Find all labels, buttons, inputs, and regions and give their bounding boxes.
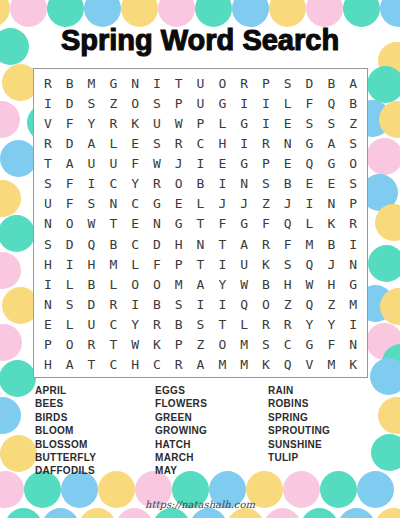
grid-cell-r3c12: E — [277, 113, 299, 133]
grid-cell-r13c9: T — [211, 315, 233, 335]
decorative-dot — [0, 140, 37, 177]
decorative-dot — [0, 360, 36, 397]
word-list-item: MAY — [155, 464, 207, 477]
grid-cell-r6c11: S — [255, 174, 277, 194]
grid-cell-r3c9: L — [211, 113, 233, 133]
decorative-dot — [368, 245, 400, 282]
grid-cell-r2c3: S — [81, 93, 103, 113]
word-list-item: APRIL — [35, 384, 96, 397]
grid-cell-r10c14: J — [320, 254, 342, 274]
grid-cell-r1c4: G — [102, 73, 124, 93]
grid-cell-r6c4: C — [102, 174, 124, 194]
grid-cell-r5c9: E — [211, 154, 233, 174]
grid-cell-r8c4: T — [102, 214, 124, 234]
decorative-dot — [366, 138, 400, 175]
word-list-item: HATCH — [155, 438, 207, 451]
grid-cell-r14c13: G — [299, 335, 321, 355]
grid-cell-r6c14: E — [320, 174, 342, 194]
grid-cell-r9c13: M — [299, 234, 321, 254]
grid-cell-r2c13: F — [299, 93, 321, 113]
grid-cell-r15c10: M — [233, 355, 255, 375]
grid-cell-r11c15: G — [342, 274, 364, 294]
grid-cell-r12c8: I — [190, 294, 212, 314]
grid-cell-r6c10: N — [233, 174, 255, 194]
grid-cell-r15c12: Q — [277, 355, 299, 375]
grid-cell-r1c3: M — [81, 73, 103, 93]
grid-cell-r13c10: L — [233, 315, 255, 335]
grid-cell-r6c2: F — [59, 174, 81, 194]
grid-cell-r11c10: W — [233, 274, 255, 294]
word-list-item: EGGS — [155, 384, 207, 397]
grid-cell-r3c6: U — [146, 113, 168, 133]
grid-cell-r13c7: B — [168, 315, 190, 335]
word-list-item: GREEN — [155, 411, 207, 424]
grid-cell-r6c12: B — [277, 174, 299, 194]
grid-cell-r4c13: G — [299, 133, 321, 153]
grid-cell-r4c14: A — [320, 133, 342, 153]
grid-cell-r12c9: I — [211, 294, 233, 314]
decorative-dot — [378, 397, 400, 434]
grid-cell-r5c14: G — [320, 154, 342, 174]
grid-cell-r9c11: R — [255, 234, 277, 254]
grid-cell-r14c8: Z — [190, 335, 212, 355]
grid-cell-r12c10: Q — [233, 294, 255, 314]
grid-cell-r15c15: K — [342, 355, 364, 375]
grid-cell-r7c14: N — [320, 194, 342, 214]
grid-cell-r9c9: T — [211, 234, 233, 254]
grid-cell-r8c10: G — [233, 214, 255, 234]
grid-cell-r15c13: V — [299, 355, 321, 375]
grid-cell-r4c2: D — [59, 133, 81, 153]
grid-cell-r6c13: E — [299, 174, 321, 194]
grid-cell-r2c7: P — [168, 93, 190, 113]
grid-cell-r2c10: I — [233, 93, 255, 113]
grid-cell-r7c7: E — [168, 194, 190, 214]
grid-cell-r5c15: O — [342, 154, 364, 174]
word-list-item: BLOOM — [35, 424, 96, 437]
decorative-dot — [0, 397, 21, 434]
grid-cell-r1c9: O — [211, 73, 233, 93]
grid-cell-r6c3: I — [81, 174, 103, 194]
grid-cell-r14c12: C — [277, 335, 299, 355]
grid-cell-r3c1: V — [37, 113, 59, 133]
grid-cell-r13c2: L — [59, 315, 81, 335]
grid-cell-r14c3: R — [81, 335, 103, 355]
grid-cell-r4c10: I — [233, 133, 255, 153]
grid-cell-r14c11: S — [255, 335, 277, 355]
grid-cell-r9c10: A — [233, 234, 255, 254]
grid-cell-r6c6: R — [146, 174, 168, 194]
grid-cell-r12c5: I — [124, 294, 146, 314]
grid-cell-r11c5: O — [124, 274, 146, 294]
decorative-dot — [0, 180, 21, 217]
word-list-item: BIRDS — [35, 411, 96, 424]
grid-cell-r4c9: H — [211, 133, 233, 153]
word-list-item: SPROUTING — [268, 424, 330, 437]
grid-cell-r12c13: Q — [299, 294, 321, 314]
grid-cell-r15c1: H — [37, 355, 59, 375]
grid-cell-r2c1: I — [37, 93, 59, 113]
grid-cell-r12c12: Z — [277, 294, 299, 314]
grid-cell-r11c4: L — [102, 274, 124, 294]
grid-cell-r7c3: S — [81, 194, 103, 214]
grid-cell-r13c14: Y — [320, 315, 342, 335]
grid-cell-r1c6: I — [146, 73, 168, 93]
grid-cell-r13c4: C — [102, 315, 124, 335]
grid-cell-r2c8: U — [190, 93, 212, 113]
website-url: https://natashalh.com — [0, 499, 400, 510]
grid-cell-r10c10: U — [233, 254, 255, 274]
grid-cell-r15c11: K — [255, 355, 277, 375]
grid-cell-r9c4: B — [102, 234, 124, 254]
grid-cell-r11c13: W — [299, 274, 321, 294]
grid-cell-r4c12: N — [277, 133, 299, 153]
decorative-dot — [380, 0, 400, 27]
word-list-item: ROBINS — [268, 397, 330, 410]
decorative-dot — [0, 324, 22, 361]
grid-cell-r13c15: I — [342, 315, 364, 335]
decorative-dot — [0, 215, 35, 252]
grid-cell-r2c6: S — [146, 93, 168, 113]
grid-cell-r15c3: T — [81, 355, 103, 375]
grid-cell-r2c11: I — [255, 93, 277, 113]
grid-cell-r8c12: Q — [277, 214, 299, 234]
grid-cell-r10c15: N — [342, 254, 364, 274]
grid-cell-r8c5: E — [124, 214, 146, 234]
grid-cell-r11c8: A — [190, 274, 212, 294]
grid-cell-r6c1: S — [37, 174, 59, 194]
grid-cell-r10c5: L — [124, 254, 146, 274]
grid-cell-r14c15: N — [342, 335, 364, 355]
word-list-column-2: EGGSFLOWERSGREENGROWINGHATCHMARCHMAY — [155, 384, 207, 478]
word-list-item: RAIN — [268, 384, 330, 397]
grid-cell-r13c5: Y — [124, 315, 146, 335]
grid-cell-r2c14: Q — [320, 93, 342, 113]
decorative-dot — [269, 0, 306, 27]
grid-cell-r8c7: G — [168, 214, 190, 234]
grid-cell-r14c1: P — [37, 335, 59, 355]
grid-cell-r9c8: N — [190, 234, 212, 254]
grid-cell-r1c11: P — [255, 73, 277, 93]
word-list-item: BEES — [35, 397, 96, 410]
grid-cell-r8c11: F — [255, 214, 277, 234]
grid-cell-r7c8: L — [190, 194, 212, 214]
grid-cell-r7c15: P — [342, 194, 364, 214]
grid-cell-r10c2: I — [59, 254, 81, 274]
grid-cell-r5c7: J — [168, 154, 190, 174]
word-list-item: TULIP — [268, 451, 330, 464]
grid-cell-r1c5: N — [124, 73, 146, 93]
decorative-dot — [367, 66, 400, 103]
grid-cell-r8c6: N — [146, 214, 168, 234]
grid-cell-r15c9: M — [211, 355, 233, 375]
grid-cell-r5c4: U — [102, 154, 124, 174]
word-list-item: BLOSSOM — [35, 438, 96, 451]
grid-cell-r5c10: G — [233, 154, 255, 174]
grid-cell-r15c6: C — [146, 355, 168, 375]
grid-cell-r1c12: S — [277, 73, 299, 93]
grid-cell-r3c3: Y — [81, 113, 103, 133]
word-list-item: FLOWERS — [155, 397, 207, 410]
grid-cell-r2c9: G — [211, 93, 233, 113]
grid-cell-r12c6: B — [146, 294, 168, 314]
grid-cell-r7c5: C — [124, 194, 146, 214]
grid-cell-r10c13: Q — [299, 254, 321, 274]
grid-cell-r5c3: U — [81, 154, 103, 174]
grid-cell-r14c10: M — [233, 335, 255, 355]
word-list-item: DAFFODILS — [35, 464, 96, 477]
grid-cell-r13c11: R — [255, 315, 277, 335]
grid-cell-r15c8: A — [190, 355, 212, 375]
grid-cell-r5c6: W — [146, 154, 168, 174]
grid-cell-r7c2: F — [59, 194, 81, 214]
grid-cell-r15c4: C — [102, 355, 124, 375]
grid-cell-r4c3: A — [81, 133, 103, 153]
grid-cell-r7c11: Z — [255, 194, 277, 214]
grid-cell-r10c1: H — [37, 254, 59, 274]
grid-cell-r1c15: A — [342, 73, 364, 93]
grid-cell-r8c15: R — [342, 214, 364, 234]
grid-cell-r1c2: B — [59, 73, 81, 93]
grid-cell-r4c7: R — [168, 133, 190, 153]
grid-cell-r2c2: D — [59, 93, 81, 113]
grid-cell-r6c15: S — [342, 174, 364, 194]
grid-cell-r6c7: O — [168, 174, 190, 194]
grid-cell-r1c13: D — [299, 73, 321, 93]
grid-cell-r8c1: N — [37, 214, 59, 234]
grid-cell-r4c6: S — [146, 133, 168, 153]
grid-cell-r8c3: W — [81, 214, 103, 234]
grid-cell-r1c7: T — [168, 73, 190, 93]
grid-cell-r3c7: W — [168, 113, 190, 133]
grid-cell-r1c1: R — [37, 73, 59, 93]
grid-cell-r1c8: U — [190, 73, 212, 93]
grid-cell-r13c13: Y — [299, 315, 321, 335]
grid-cell-r12c14: Z — [320, 294, 342, 314]
decorative-dot — [10, 0, 47, 27]
decorative-dot — [84, 0, 121, 27]
grid-cell-r15c5: H — [124, 355, 146, 375]
grid-cell-r14c2: O — [59, 335, 81, 355]
grid-cell-r6c8: B — [190, 174, 212, 194]
word-list-item: MARCH — [155, 451, 207, 464]
grid-cell-r9c7: H — [168, 234, 190, 254]
grid-cell-r14c14: F — [320, 335, 342, 355]
decorative-dot — [121, 0, 158, 27]
decorative-dot — [195, 0, 232, 27]
grid-cell-r4c15: S — [342, 133, 364, 153]
grid-cell-r11c11: B — [255, 274, 277, 294]
decorative-dot — [0, 435, 37, 472]
grid-cell-r7c6: G — [146, 194, 168, 214]
grid-cell-r14c4: T — [102, 335, 124, 355]
grid-cell-r11c14: H — [320, 274, 342, 294]
grid-cell-r15c7: R — [168, 355, 190, 375]
grid-cell-r2c12: L — [277, 93, 299, 113]
grid-cell-r9c14: B — [320, 234, 342, 254]
grid-cell-r5c12: E — [277, 154, 299, 174]
grid-cell-r12c4: R — [102, 294, 124, 314]
grid-cell-r3c14: S — [320, 113, 342, 133]
grid-cell-r12c15: M — [342, 294, 364, 314]
grid-cell-r2c4: Z — [102, 93, 124, 113]
grid-cell-r8c8: T — [190, 214, 212, 234]
decorative-dot — [0, 101, 20, 138]
grid-cell-r13c3: U — [81, 315, 103, 335]
grid-cell-r14c6: K — [146, 335, 168, 355]
grid-cell-r10c3: H — [81, 254, 103, 274]
grid-cell-r1c10: R — [233, 73, 255, 93]
grid-cell-r9c2: D — [59, 234, 81, 254]
grid-cell-r12c7: S — [168, 294, 190, 314]
grid-cell-r2c15: B — [342, 93, 364, 113]
grid-cell-r5c2: A — [59, 154, 81, 174]
grid-cell-r15c14: M — [320, 355, 342, 375]
grid-cell-r14c9: O — [211, 335, 233, 355]
grid-cell-r6c5: Y — [124, 174, 146, 194]
grid-cell-r12c2: S — [59, 294, 81, 314]
grid-cell-r13c6: R — [146, 315, 168, 335]
grid-cell-r3c2: F — [59, 113, 81, 133]
decorative-dot — [343, 0, 380, 27]
grid-cell-r9c5: C — [124, 234, 146, 254]
grid-cell-r7c1: U — [37, 194, 59, 214]
grid-cell-r4c11: R — [255, 133, 277, 153]
grid-cell-r15c2: A — [59, 355, 81, 375]
grid-cell-r14c5: W — [124, 335, 146, 355]
decorative-dot — [232, 0, 269, 27]
grid-cell-r11c7: M — [168, 274, 190, 294]
word-list-item: SUNSHINE — [268, 438, 330, 451]
grid-cell-r9c6: D — [146, 234, 168, 254]
grid-cell-r8c13: L — [299, 214, 321, 234]
grid-cell-r12c11: O — [255, 294, 277, 314]
grid-cell-r5c11: P — [255, 154, 277, 174]
grid-cell-r1c14: B — [320, 73, 342, 93]
decorative-dot — [306, 0, 343, 27]
grid-cell-r8c9: F — [211, 214, 233, 234]
word-list-column-1: APRILBEESBIRDSBLOOMBLOSSOMBUTTERFLYDAFFO… — [35, 384, 96, 478]
grid-cell-r4c8: C — [190, 133, 212, 153]
decorative-dot — [370, 358, 400, 395]
grid-cell-r9c15: I — [342, 234, 364, 254]
grid-cell-r13c1: E — [37, 315, 59, 335]
decorative-dot — [158, 0, 195, 27]
grid-cell-r3c11: I — [255, 113, 277, 133]
grid-cell-r3c8: P — [190, 113, 212, 133]
grid-cell-r5c8: I — [190, 154, 212, 174]
grid-cell-r11c12: H — [277, 274, 299, 294]
grid-cell-r13c12: R — [277, 315, 299, 335]
grid-cell-r9c12: F — [277, 234, 299, 254]
grid-cell-r7c13: I — [299, 194, 321, 214]
grid-cell-r10c7: P — [168, 254, 190, 274]
grid-cell-r11c6: O — [146, 274, 168, 294]
grid-cell-r4c4: L — [102, 133, 124, 153]
grid-cell-r5c1: T — [37, 154, 59, 174]
grid-cell-r11c9: Y — [211, 274, 233, 294]
grid-cell-r10c11: K — [255, 254, 277, 274]
grid-cell-r13c8: S — [190, 315, 212, 335]
grid-cell-r4c1: R — [37, 133, 59, 153]
grid-cell-r10c9: I — [211, 254, 233, 274]
word-search-grid: RBMGNITUORPSDBAIDSZOSPUGIILFQBVFYRKUWPLG… — [33, 68, 368, 378]
grid-cell-r7c4: N — [102, 194, 124, 214]
grid-cell-r9c3: Q — [81, 234, 103, 254]
grid-cell-r12c3: D — [81, 294, 103, 314]
word-list-column-3: RAINROBINSSPRINGSPROUTINGSUNSHINETULIP — [268, 384, 330, 464]
grid-cell-r14c7: P — [168, 335, 190, 355]
grid-cell-r7c10: J — [233, 194, 255, 214]
grid-cell-r8c14: K — [320, 214, 342, 234]
grid-cell-r4c5: E — [124, 133, 146, 153]
grid-cell-r3c13: S — [299, 113, 321, 133]
word-list-item: GROWING — [155, 424, 207, 437]
grid-cell-r11c1: I — [37, 274, 59, 294]
decorative-dot — [47, 0, 84, 27]
word-list-item: BUTTERFLY — [35, 451, 96, 464]
grid-cell-r3c15: Z — [342, 113, 364, 133]
grid-cell-r11c2: L — [59, 274, 81, 294]
grid-cell-r11c3: B — [81, 274, 103, 294]
decorative-dot — [371, 434, 400, 471]
grid-cell-r3c5: K — [124, 113, 146, 133]
grid-cell-r5c13: Q — [299, 154, 321, 174]
grid-cell-r7c12: J — [277, 194, 299, 214]
grid-cell-r10c8: T — [190, 254, 212, 274]
grid-cell-r5c5: F — [124, 154, 146, 174]
grid-cell-r10c4: M — [102, 254, 124, 274]
grid-cell-r10c6: F — [146, 254, 168, 274]
decorative-dot — [0, 252, 21, 289]
grid-cell-r9c1: S — [37, 234, 59, 254]
grid-cell-r12c1: N — [37, 294, 59, 314]
grid-cell-r8c2: O — [59, 214, 81, 234]
grid-cell-r2c5: O — [124, 93, 146, 113]
grid-cell-r10c12: S — [277, 254, 299, 274]
grid-cell-r3c10: G — [233, 113, 255, 133]
decorative-dot — [0, 0, 10, 27]
grid-cell-r3c4: R — [102, 113, 124, 133]
grid-cell-r6c9: I — [211, 174, 233, 194]
grid-cell-r7c9: J — [211, 194, 233, 214]
page-title: Spring Word Search — [0, 24, 400, 57]
word-list-item: SPRING — [268, 411, 330, 424]
